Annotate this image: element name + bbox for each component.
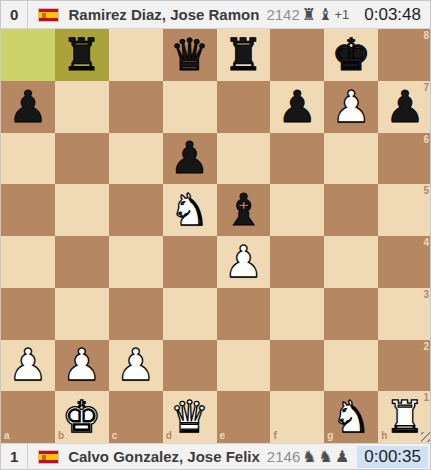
square-b1[interactable]: ♚b	[55, 391, 109, 443]
square-a5[interactable]	[1, 184, 55, 236]
square-f6[interactable]	[270, 133, 324, 185]
black-bishop[interactable]: ♝	[224, 188, 263, 232]
top-player-name: Ramirez Diaz, Jose Ramon	[68, 6, 259, 23]
square-g8[interactable]: ♚	[324, 29, 378, 81]
bottom-player-bar: 1 Calvo Gonzalez, Jose Felix 2146 ♞♞♟ 0:…	[1, 443, 430, 469]
file-label-a: a	[4, 431, 10, 441]
square-b2[interactable]: ♟	[55, 340, 109, 392]
square-e5[interactable]: ♝	[217, 184, 271, 236]
square-f8[interactable]	[270, 29, 324, 81]
square-d2[interactable]	[163, 340, 217, 392]
square-d6[interactable]: ♟	[163, 133, 217, 185]
square-c1[interactable]: c	[109, 391, 163, 443]
file-label-b: b	[58, 431, 64, 441]
rank-label-2: 2	[423, 342, 429, 352]
bottom-captured-material: ♞♞♟	[300, 449, 349, 465]
square-h4[interactable]: 4	[378, 236, 431, 288]
square-e2[interactable]	[217, 340, 271, 392]
square-e3[interactable]	[217, 288, 271, 340]
square-c3[interactable]	[109, 288, 163, 340]
rank-label-1: 1	[423, 393, 429, 403]
rank-label-3: 3	[423, 290, 429, 300]
square-c2[interactable]: ♟	[109, 340, 163, 392]
square-c4[interactable]	[109, 236, 163, 288]
white-queen[interactable]: ♛	[170, 395, 209, 439]
black-pawn[interactable]: ♟	[278, 85, 317, 129]
square-a2[interactable]: ♟	[1, 340, 55, 392]
square-g7[interactable]: ♟	[324, 81, 378, 133]
square-d4[interactable]	[163, 236, 217, 288]
white-knight[interactable]: ♞	[331, 395, 370, 439]
rank-label-8: 8	[423, 31, 429, 41]
top-player-rating: 2142	[266, 6, 299, 23]
square-h7[interactable]: ♟7	[378, 81, 431, 133]
square-f5[interactable]	[270, 184, 324, 236]
white-pawn[interactable]: ♟	[8, 343, 47, 387]
pawn-icon: ♟	[335, 449, 349, 465]
rank-label-7: 7	[423, 83, 429, 93]
top-player-score: 0	[1, 1, 28, 28]
chess-app-window: 0 Ramirez Diaz, Jose Ramon 2142 ♜♝+1 0:0…	[0, 0, 431, 470]
square-e1[interactable]: e	[217, 391, 271, 443]
square-b5[interactable]	[55, 184, 109, 236]
square-d5[interactable]: ♞	[163, 184, 217, 236]
square-d1[interactable]: ♛d	[163, 391, 217, 443]
square-f4[interactable]	[270, 236, 324, 288]
square-a8[interactable]	[1, 29, 55, 81]
bottom-player-clock: 0:00:35	[357, 446, 428, 468]
square-a1[interactable]: a	[1, 391, 55, 443]
file-label-c: c	[112, 431, 118, 441]
square-b8[interactable]: ♜	[55, 29, 109, 81]
rank-label-5: 5	[423, 186, 429, 196]
square-c8[interactable]	[109, 29, 163, 81]
square-h8[interactable]: 8	[378, 29, 431, 81]
bottom-player-score: 1	[1, 444, 28, 469]
white-king[interactable]: ♚	[62, 395, 101, 439]
bottom-player-name: Calvo Gonzalez, Jose Felix	[68, 448, 260, 465]
square-f3[interactable]	[270, 288, 324, 340]
square-b3[interactable]	[55, 288, 109, 340]
square-b4[interactable]	[55, 236, 109, 288]
file-label-h: h	[381, 431, 387, 441]
top-player-bar: 0 Ramirez Diaz, Jose Ramon 2142 ♜♝+1 0:0…	[1, 1, 430, 29]
white-pawn[interactable]: ♟	[331, 85, 370, 129]
square-g3[interactable]	[324, 288, 378, 340]
file-label-d: d	[166, 431, 172, 441]
square-f1[interactable]: f	[270, 391, 324, 443]
white-pawn[interactable]: ♟	[224, 240, 263, 284]
square-f2[interactable]	[270, 340, 324, 392]
square-e6[interactable]	[217, 133, 271, 185]
white-rook[interactable]: ♜	[385, 395, 424, 439]
square-b6[interactable]	[55, 133, 109, 185]
square-c7[interactable]	[109, 81, 163, 133]
black-rook[interactable]: ♜	[224, 33, 263, 77]
square-h3[interactable]: 3	[378, 288, 431, 340]
square-g6[interactable]	[324, 133, 378, 185]
square-e8[interactable]: ♜	[217, 29, 271, 81]
spain-flag-icon	[38, 8, 59, 22]
square-f7[interactable]: ♟	[270, 81, 324, 133]
black-queen[interactable]: ♛	[170, 33, 209, 77]
square-b7[interactable]	[55, 81, 109, 133]
square-g1[interactable]: ♞g	[324, 391, 378, 443]
square-a3[interactable]	[1, 288, 55, 340]
bottom-player-rating: 2146	[267, 448, 300, 465]
white-pawn[interactable]: ♟	[62, 343, 101, 387]
square-a4[interactable]	[1, 236, 55, 288]
rank-label-6: 6	[423, 135, 429, 145]
top-captured-material: ♜♝+1	[300, 7, 350, 23]
square-c6[interactable]	[109, 133, 163, 185]
chess-board: ♜♛♜♚8♟♟♟♟7♟6♞♝5♟43♟♟♟2a♚bc♛def♞g♜h1	[1, 29, 431, 443]
square-c5[interactable]	[109, 184, 163, 236]
file-label-f: f	[273, 431, 276, 441]
resize-handle[interactable]	[421, 432, 431, 442]
file-label-e: e	[220, 431, 226, 441]
white-pawn[interactable]: ♟	[116, 343, 155, 387]
black-king[interactable]: ♚	[331, 33, 370, 77]
black-pawn[interactable]: ♟	[385, 85, 424, 129]
square-h5[interactable]: 5	[378, 184, 431, 236]
file-label-g: g	[327, 431, 333, 441]
knight-icon: ♞	[302, 449, 316, 465]
square-g5[interactable]	[324, 184, 378, 236]
black-pawn[interactable]: ♟	[8, 85, 47, 129]
square-e7[interactable]	[217, 81, 271, 133]
square-h2[interactable]: 2	[378, 340, 431, 392]
white-knight[interactable]: ♞	[170, 188, 209, 232]
square-a6[interactable]	[1, 133, 55, 185]
knight-icon: ♞	[319, 449, 333, 465]
rank-label-4: 4	[423, 238, 429, 248]
square-g4[interactable]	[324, 236, 378, 288]
square-h6[interactable]: 6	[378, 133, 431, 185]
black-pawn[interactable]: ♟	[170, 136, 209, 180]
material-advantage: +1	[334, 7, 349, 22]
square-d8[interactable]: ♛	[163, 29, 217, 81]
rook-icon: ♜	[302, 7, 316, 23]
square-d3[interactable]	[163, 288, 217, 340]
bishop-icon: ♝	[318, 7, 332, 23]
top-player-clock: 0:03:48	[357, 4, 428, 26]
square-d7[interactable]	[163, 81, 217, 133]
square-a7[interactable]: ♟	[1, 81, 55, 133]
spain-flag-icon	[38, 450, 59, 464]
black-rook[interactable]: ♜	[62, 33, 101, 77]
square-g2[interactable]	[324, 340, 378, 392]
square-e4[interactable]: ♟	[217, 236, 271, 288]
